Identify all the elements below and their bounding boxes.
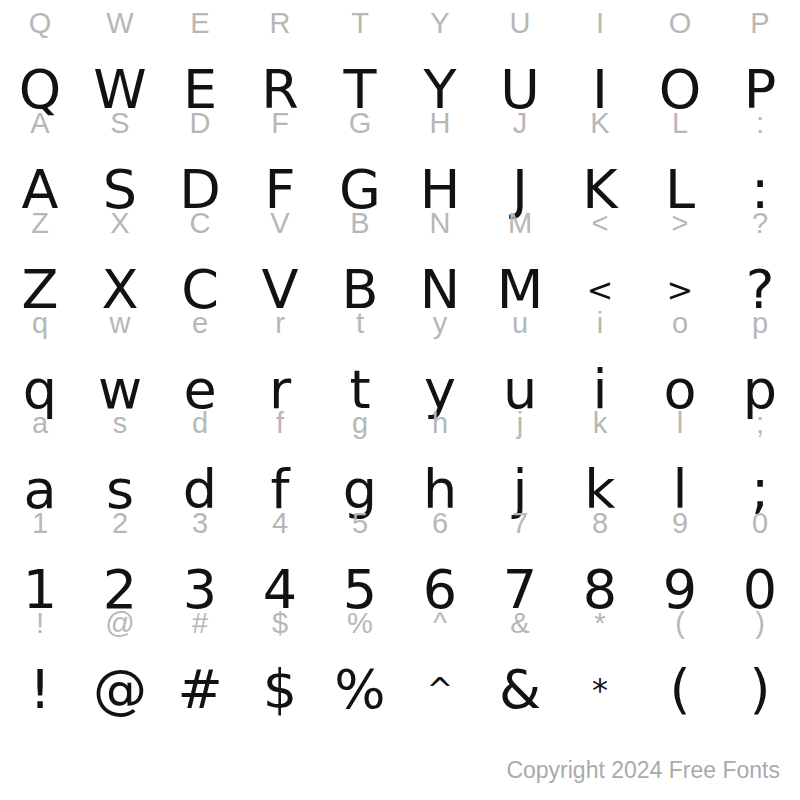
char-cell: << bbox=[560, 206, 640, 306]
key-label: 4 bbox=[272, 506, 288, 540]
key-label: L bbox=[672, 106, 688, 140]
char-cell: PP bbox=[720, 6, 800, 106]
charmap-row-2: AASSDDFFGGHHJJKKLL:: bbox=[0, 106, 800, 206]
charmap-row-4: qqwweerrttyyuuiioopp bbox=[0, 306, 800, 406]
key-label: Z bbox=[31, 206, 49, 240]
charmap-row-7: !!@@##$$%%^^&&**(()) bbox=[0, 606, 800, 706]
font-glyph: s bbox=[106, 440, 134, 506]
font-glyph: Y bbox=[424, 40, 457, 106]
char-cell: 66 bbox=[400, 506, 480, 606]
font-glyph: ; bbox=[751, 440, 769, 506]
char-cell: XX bbox=[80, 206, 160, 306]
char-cell: GG bbox=[320, 106, 400, 206]
font-glyph: q bbox=[23, 340, 57, 406]
char-cell: uu bbox=[480, 306, 560, 406]
char-cell: MM bbox=[480, 206, 560, 306]
font-glyph: T bbox=[344, 40, 377, 106]
char-cell: kk bbox=[560, 406, 640, 506]
char-cell: ## bbox=[160, 606, 240, 706]
key-label: E bbox=[190, 6, 209, 40]
font-glyph: 0 bbox=[743, 540, 777, 606]
font-glyph: O bbox=[659, 40, 702, 106]
char-cell: )) bbox=[720, 606, 800, 706]
char-cell: BB bbox=[320, 206, 400, 306]
font-glyph: g bbox=[343, 440, 377, 506]
font-glyph: D bbox=[179, 140, 221, 206]
font-glyph: r bbox=[269, 340, 291, 406]
key-label: # bbox=[192, 606, 208, 640]
font-glyph: : bbox=[751, 140, 769, 206]
font-glyph: K bbox=[582, 140, 617, 206]
char-cell: 22 bbox=[80, 506, 160, 606]
key-label: X bbox=[110, 206, 129, 240]
key-label: ) bbox=[755, 606, 765, 640]
char-cell: SS bbox=[80, 106, 160, 206]
font-glyph: Z bbox=[22, 240, 59, 306]
key-label: s bbox=[113, 406, 128, 440]
char-cell: ;; bbox=[720, 406, 800, 506]
char-cell: OO bbox=[640, 6, 720, 106]
font-glyph: R bbox=[261, 40, 299, 106]
key-label: H bbox=[430, 106, 451, 140]
key-label: g bbox=[352, 406, 368, 440]
font-glyph: i bbox=[592, 340, 607, 406]
key-label: & bbox=[510, 606, 529, 640]
key-label: r bbox=[275, 306, 285, 340]
char-cell: >> bbox=[640, 206, 720, 306]
char-cell: 00 bbox=[720, 506, 800, 606]
font-glyph: 3 bbox=[183, 540, 217, 606]
char-cell: 88 bbox=[560, 506, 640, 606]
font-glyph: > bbox=[667, 240, 694, 306]
char-cell: HH bbox=[400, 106, 480, 206]
key-label: A bbox=[30, 106, 49, 140]
key-label: y bbox=[433, 306, 448, 340]
key-label: < bbox=[592, 206, 609, 240]
key-label: 2 bbox=[112, 506, 128, 540]
char-cell: ii bbox=[560, 306, 640, 406]
font-glyph: U bbox=[500, 40, 540, 106]
char-cell: JJ bbox=[480, 106, 560, 206]
char-cell: rr bbox=[240, 306, 320, 406]
char-cell: QQ bbox=[0, 6, 80, 106]
char-cell: 77 bbox=[480, 506, 560, 606]
key-label: ! bbox=[36, 606, 44, 640]
font-glyph: 1 bbox=[23, 540, 57, 606]
key-label: a bbox=[32, 406, 48, 440]
char-cell: ?? bbox=[720, 206, 800, 306]
key-label: t bbox=[356, 306, 364, 340]
font-glyph: ( bbox=[669, 640, 690, 706]
font-glyph: & bbox=[499, 640, 541, 706]
font-glyph: M bbox=[497, 240, 544, 306]
font-glyph: f bbox=[270, 440, 289, 506]
charmap-row-6: 11223344556677889900 bbox=[0, 506, 800, 606]
key-label: ^ bbox=[433, 606, 447, 640]
font-glyph: h bbox=[423, 440, 457, 506]
char-cell: WW bbox=[80, 6, 160, 106]
key-label: o bbox=[672, 306, 688, 340]
font-glyph: w bbox=[98, 340, 142, 406]
font-glyph: ! bbox=[29, 640, 51, 706]
key-label: K bbox=[590, 106, 609, 140]
key-label: Q bbox=[29, 6, 52, 40]
font-glyph: y bbox=[424, 340, 456, 406]
char-cell: NN bbox=[400, 206, 480, 306]
font-glyph: ^ bbox=[427, 640, 454, 706]
char-cell: CC bbox=[160, 206, 240, 306]
char-cell: FF bbox=[240, 106, 320, 206]
font-glyph: L bbox=[665, 140, 695, 206]
key-label: q bbox=[32, 306, 48, 340]
font-glyph: u bbox=[503, 340, 537, 406]
char-cell: RR bbox=[240, 6, 320, 106]
font-glyph: 8 bbox=[583, 540, 617, 606]
char-cell: && bbox=[480, 606, 560, 706]
key-label: I bbox=[596, 6, 604, 40]
font-glyph: H bbox=[420, 140, 461, 206]
key-label: 5 bbox=[352, 506, 368, 540]
char-cell: 11 bbox=[0, 506, 80, 606]
font-glyph: P bbox=[744, 40, 777, 106]
key-label: > bbox=[672, 206, 689, 240]
key-label: 7 bbox=[512, 506, 528, 540]
key-label: J bbox=[513, 106, 528, 140]
key-label: 6 bbox=[432, 506, 448, 540]
key-label: D bbox=[190, 106, 211, 140]
font-glyph: % bbox=[334, 640, 385, 706]
copyright-text: Copyright 2024 Free Fonts bbox=[506, 756, 780, 784]
font-glyph: 5 bbox=[343, 540, 377, 606]
char-cell: LL bbox=[640, 106, 720, 206]
key-label: S bbox=[110, 106, 129, 140]
key-label: 3 bbox=[192, 506, 208, 540]
key-label: V bbox=[270, 206, 289, 240]
font-glyph: 2 bbox=[103, 540, 137, 606]
char-cell: tt bbox=[320, 306, 400, 406]
char-cell: EE bbox=[160, 6, 240, 106]
key-label: 8 bbox=[592, 506, 608, 540]
font-glyph: < bbox=[587, 240, 614, 306]
key-label: u bbox=[512, 306, 528, 340]
char-cell: ee bbox=[160, 306, 240, 406]
key-label: * bbox=[594, 606, 605, 640]
key-label: P bbox=[750, 6, 769, 40]
font-glyph: o bbox=[663, 340, 696, 406]
char-cell: pp bbox=[720, 306, 800, 406]
key-label: : bbox=[756, 106, 764, 140]
char-cell: 99 bbox=[640, 506, 720, 606]
character-map-grid: QQWWEERRTTYYUUIIOOPPAASSDDFFGGHHJJKKLL::… bbox=[0, 6, 800, 706]
key-label: ; bbox=[756, 406, 764, 440]
charmap-row-5: aassddffgghhjjkkll;; bbox=[0, 406, 800, 506]
font-glyph: e bbox=[183, 340, 216, 406]
font-glyph: S bbox=[103, 140, 137, 206]
char-cell: YY bbox=[400, 6, 480, 106]
font-glyph: # bbox=[177, 640, 222, 706]
font-glyph: G bbox=[339, 140, 381, 206]
key-label: d bbox=[192, 406, 208, 440]
char-cell: hh bbox=[400, 406, 480, 506]
key-label: % bbox=[347, 606, 373, 640]
font-glyph: p bbox=[743, 340, 777, 406]
key-label: j bbox=[517, 406, 523, 440]
char-cell: gg bbox=[320, 406, 400, 506]
font-preview-page: QQWWEERRTTYYUUIIOOPPAASSDDFFGGHHJJKKLL::… bbox=[0, 0, 800, 800]
font-glyph: 7 bbox=[503, 540, 537, 606]
key-label: h bbox=[432, 406, 448, 440]
font-glyph: k bbox=[584, 440, 615, 506]
char-cell: !! bbox=[0, 606, 80, 706]
font-glyph: W bbox=[93, 40, 146, 106]
char-cell: 44 bbox=[240, 506, 320, 606]
key-label: U bbox=[510, 6, 531, 40]
font-glyph: l bbox=[672, 440, 687, 506]
char-cell: 33 bbox=[160, 506, 240, 606]
charmap-row-3: ZZXXCCVVBBNNMM<<>>?? bbox=[0, 206, 800, 306]
font-glyph: X bbox=[102, 240, 139, 306]
font-glyph: 9 bbox=[663, 540, 697, 606]
font-glyph: E bbox=[183, 40, 217, 106]
key-label: T bbox=[351, 6, 369, 40]
char-cell: KK bbox=[560, 106, 640, 206]
font-glyph: I bbox=[592, 40, 608, 106]
char-cell: VV bbox=[240, 206, 320, 306]
font-glyph: ) bbox=[749, 640, 770, 706]
font-glyph: a bbox=[23, 440, 56, 506]
font-glyph: j bbox=[512, 440, 527, 506]
key-label: N bbox=[430, 206, 451, 240]
key-label: w bbox=[110, 306, 131, 340]
font-glyph: $ bbox=[263, 640, 297, 706]
char-cell: qq bbox=[0, 306, 80, 406]
key-label: M bbox=[508, 206, 532, 240]
key-label: O bbox=[669, 6, 692, 40]
char-cell: aa bbox=[0, 406, 80, 506]
char-cell: ll bbox=[640, 406, 720, 506]
char-cell: II bbox=[560, 6, 640, 106]
key-label: 9 bbox=[672, 506, 688, 540]
font-glyph: N bbox=[420, 240, 460, 306]
font-glyph: Q bbox=[19, 40, 62, 106]
char-cell: ** bbox=[560, 606, 640, 706]
font-glyph: * bbox=[592, 640, 608, 706]
key-label: @ bbox=[105, 606, 134, 640]
char-cell: $$ bbox=[240, 606, 320, 706]
char-cell: @@ bbox=[80, 606, 160, 706]
key-label: e bbox=[192, 306, 208, 340]
char-cell: ww bbox=[80, 306, 160, 406]
key-label: C bbox=[190, 206, 211, 240]
char-cell: dd bbox=[160, 406, 240, 506]
font-glyph: t bbox=[349, 340, 370, 406]
key-label: ( bbox=[675, 606, 685, 640]
key-label: ? bbox=[752, 206, 768, 240]
char-cell: %% bbox=[320, 606, 400, 706]
key-label: 1 bbox=[32, 506, 48, 540]
char-cell: 55 bbox=[320, 506, 400, 606]
key-label: B bbox=[350, 206, 369, 240]
char-cell: TT bbox=[320, 6, 400, 106]
font-glyph: V bbox=[262, 240, 299, 306]
char-cell: jj bbox=[480, 406, 560, 506]
key-label: Y bbox=[430, 6, 449, 40]
key-label: p bbox=[752, 306, 768, 340]
char-cell: ZZ bbox=[0, 206, 80, 306]
font-glyph: J bbox=[512, 140, 528, 206]
font-glyph: F bbox=[264, 140, 295, 206]
char-cell: DD bbox=[160, 106, 240, 206]
char-cell: ss bbox=[80, 406, 160, 506]
char-cell: ff bbox=[240, 406, 320, 506]
font-glyph: d bbox=[183, 440, 217, 506]
char-cell: oo bbox=[640, 306, 720, 406]
font-glyph: B bbox=[341, 240, 378, 306]
key-label: k bbox=[593, 406, 608, 440]
font-glyph: @ bbox=[93, 640, 147, 706]
char-cell: :: bbox=[720, 106, 800, 206]
key-label: F bbox=[271, 106, 289, 140]
char-cell: UU bbox=[480, 6, 560, 106]
key-label: G bbox=[349, 106, 372, 140]
char-cell: yy bbox=[400, 306, 480, 406]
charmap-row-1: QQWWEERRTTYYUUIIOOPP bbox=[0, 6, 800, 106]
key-label: R bbox=[270, 6, 291, 40]
font-glyph: C bbox=[181, 240, 219, 306]
key-label: l bbox=[677, 406, 683, 440]
char-cell: ^^ bbox=[400, 606, 480, 706]
key-label: W bbox=[106, 6, 133, 40]
font-glyph: 6 bbox=[423, 540, 457, 606]
char-cell: (( bbox=[640, 606, 720, 706]
font-glyph: A bbox=[22, 140, 59, 206]
key-label: 0 bbox=[752, 506, 768, 540]
key-label: $ bbox=[272, 606, 288, 640]
font-glyph: 4 bbox=[263, 540, 297, 606]
key-label: i bbox=[597, 306, 603, 340]
font-glyph: ? bbox=[746, 240, 775, 306]
char-cell: AA bbox=[0, 106, 80, 206]
key-label: f bbox=[276, 406, 284, 440]
